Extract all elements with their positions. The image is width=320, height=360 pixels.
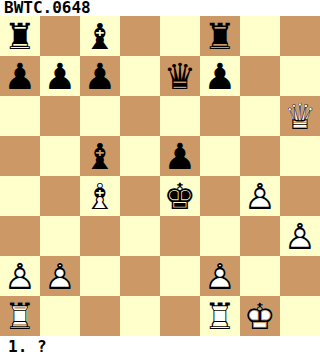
square-f6[interactable] (200, 96, 240, 136)
black-pawn[interactable]: ♟ (0, 56, 40, 96)
square-b7[interactable]: ♟ (40, 56, 80, 96)
white-pawn[interactable]: ♟♙ (200, 256, 240, 296)
black-pawn[interactable]: ♟ (200, 56, 240, 96)
square-f7[interactable]: ♟ (200, 56, 240, 96)
square-c1[interactable] (80, 296, 120, 336)
square-b2[interactable]: ♟♙ (40, 256, 80, 296)
square-f8[interactable]: ♜ (200, 16, 240, 56)
white-pawn[interactable]: ♟♙ (0, 256, 40, 296)
black-rook[interactable]: ♜ (0, 16, 40, 56)
white-queen-outline: ♕ (280, 96, 320, 136)
black-pawn[interactable]: ♟ (160, 136, 200, 176)
square-g8[interactable] (240, 16, 280, 56)
white-queen[interactable]: ♛♕ (280, 96, 320, 136)
white-rook-outline: ♖ (200, 296, 240, 336)
square-h2[interactable] (280, 256, 320, 296)
white-pawn[interactable]: ♟♙ (240, 176, 280, 216)
black-pawn[interactable]: ♟ (40, 56, 80, 96)
black-bishop[interactable]: ♝ (80, 16, 120, 56)
white-king-outline: ♔ (240, 296, 280, 336)
square-h3[interactable]: ♟♙ (280, 216, 320, 256)
black-bishop[interactable]: ♝ (80, 136, 120, 176)
white-pawn[interactable]: ♟♙ (40, 256, 80, 296)
square-g3[interactable] (240, 216, 280, 256)
black-rook[interactable]: ♜ (200, 16, 240, 56)
square-a1[interactable]: ♜♖ (0, 296, 40, 336)
page-title: BWTC.0648 (0, 0, 320, 16)
square-h7[interactable] (280, 56, 320, 96)
square-a2[interactable]: ♟♙ (0, 256, 40, 296)
square-d7[interactable] (120, 56, 160, 96)
square-c3[interactable] (80, 216, 120, 256)
square-e4[interactable]: ♚ (160, 176, 200, 216)
tactics-diagram: BWTC.0648 ♜♝♜♟♟♟♛♟♛♕♝♟♝♗♚♟♙♟♙♟♙♟♙♟♙♜♖♜♖♚… (0, 0, 320, 360)
square-a4[interactable] (0, 176, 40, 216)
square-f5[interactable] (200, 136, 240, 176)
square-e3[interactable] (160, 216, 200, 256)
square-g5[interactable] (240, 136, 280, 176)
square-a5[interactable] (0, 136, 40, 176)
black-pawn[interactable]: ♟ (80, 56, 120, 96)
square-g1[interactable]: ♚♔ (240, 296, 280, 336)
square-f2[interactable]: ♟♙ (200, 256, 240, 296)
square-h1[interactable] (280, 296, 320, 336)
square-c8[interactable]: ♝ (80, 16, 120, 56)
white-bishop[interactable]: ♝♗ (80, 176, 120, 216)
square-h5[interactable] (280, 136, 320, 176)
square-g2[interactable] (240, 256, 280, 296)
square-d4[interactable] (120, 176, 160, 216)
square-h6[interactable]: ♛♕ (280, 96, 320, 136)
square-c6[interactable] (80, 96, 120, 136)
square-d1[interactable] (120, 296, 160, 336)
square-e2[interactable] (160, 256, 200, 296)
square-h8[interactable] (280, 16, 320, 56)
white-rook-outline: ♖ (0, 296, 40, 336)
square-b8[interactable] (40, 16, 80, 56)
white-king[interactable]: ♚♔ (240, 296, 280, 336)
square-c2[interactable] (80, 256, 120, 296)
square-f3[interactable] (200, 216, 240, 256)
move-prompt: 1. ? (0, 336, 320, 360)
square-d2[interactable] (120, 256, 160, 296)
white-pawn-outline: ♙ (40, 256, 80, 296)
square-g4[interactable]: ♟♙ (240, 176, 280, 216)
square-f4[interactable] (200, 176, 240, 216)
square-a8[interactable]: ♜ (0, 16, 40, 56)
square-c4[interactable]: ♝♗ (80, 176, 120, 216)
chess-board: ♜♝♜♟♟♟♛♟♛♕♝♟♝♗♚♟♙♟♙♟♙♟♙♟♙♜♖♜♖♚♔ (0, 16, 320, 336)
square-d3[interactable] (120, 216, 160, 256)
square-a7[interactable]: ♟ (0, 56, 40, 96)
black-queen[interactable]: ♛ (160, 56, 200, 96)
square-g6[interactable] (240, 96, 280, 136)
white-rook[interactable]: ♜♖ (200, 296, 240, 336)
square-b3[interactable] (40, 216, 80, 256)
square-e6[interactable] (160, 96, 200, 136)
square-h4[interactable] (280, 176, 320, 216)
square-c7[interactable]: ♟ (80, 56, 120, 96)
white-pawn-outline: ♙ (240, 176, 280, 216)
square-d6[interactable] (120, 96, 160, 136)
square-b1[interactable] (40, 296, 80, 336)
square-g7[interactable] (240, 56, 280, 96)
white-pawn-outline: ♙ (200, 256, 240, 296)
white-bishop-outline: ♗ (80, 176, 120, 216)
square-c5[interactable]: ♝ (80, 136, 120, 176)
square-a6[interactable] (0, 96, 40, 136)
white-rook[interactable]: ♜♖ (0, 296, 40, 336)
square-e1[interactable] (160, 296, 200, 336)
square-a3[interactable] (0, 216, 40, 256)
square-e8[interactable] (160, 16, 200, 56)
square-e5[interactable]: ♟ (160, 136, 200, 176)
square-b4[interactable] (40, 176, 80, 216)
white-pawn-outline: ♙ (0, 256, 40, 296)
white-pawn-outline: ♙ (280, 216, 320, 256)
square-f1[interactable]: ♜♖ (200, 296, 240, 336)
square-b6[interactable] (40, 96, 80, 136)
square-e7[interactable]: ♛ (160, 56, 200, 96)
black-king[interactable]: ♚ (160, 176, 200, 216)
square-d8[interactable] (120, 16, 160, 56)
white-pawn[interactable]: ♟♙ (280, 216, 320, 256)
square-b5[interactable] (40, 136, 80, 176)
square-d5[interactable] (120, 136, 160, 176)
